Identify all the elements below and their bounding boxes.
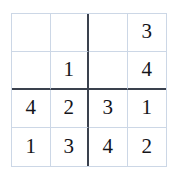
cell-r3c3[interactable]: 3: [89, 90, 128, 128]
digit: 3: [64, 136, 75, 157]
digit: 1: [142, 97, 153, 118]
cell-r2c3[interactable]: [89, 52, 128, 90]
digit: 3: [142, 21, 153, 42]
cell-r3c1[interactable]: 4: [12, 90, 51, 128]
digit: 3: [103, 97, 114, 118]
cell-r2c2[interactable]: 1: [51, 52, 90, 90]
cell-r4c1[interactable]: 1: [12, 128, 51, 166]
cell-r2c4[interactable]: 4: [128, 52, 167, 90]
cell-r1c1[interactable]: [12, 14, 51, 52]
cell-r4c3[interactable]: 4: [89, 128, 128, 166]
digit: 2: [142, 136, 153, 157]
digit: 1: [64, 59, 75, 80]
digit: 4: [26, 97, 37, 118]
cell-r4c2[interactable]: 3: [51, 128, 90, 166]
digit: 1: [26, 136, 37, 157]
cell-r3c4[interactable]: 1: [128, 90, 167, 128]
cell-r4c4[interactable]: 2: [128, 128, 167, 166]
digit: 4: [103, 136, 114, 157]
digit: 2: [64, 97, 75, 118]
sudoku-board: 31442311342: [11, 13, 167, 167]
digit: 4: [142, 59, 153, 80]
cell-r3c2[interactable]: 2: [51, 90, 90, 128]
cell-r1c3[interactable]: [89, 14, 128, 52]
cell-r1c4[interactable]: 3: [128, 14, 167, 52]
cell-r1c2[interactable]: [51, 14, 90, 52]
cell-r2c1[interactable]: [12, 52, 51, 90]
